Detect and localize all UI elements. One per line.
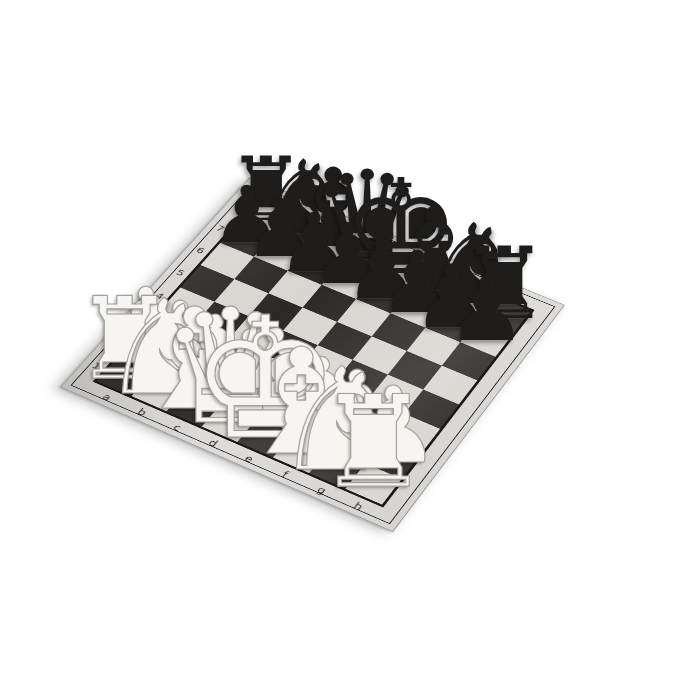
pieces-layer: ♜♞♝♛♚♝♞♜♟♟♟♟♟♟♟♟♟♟♟♟♟♟♟♟♜♞♝♛♚♝♞♜ bbox=[0, 0, 700, 700]
black-pawn[interactable]: ♟ bbox=[447, 266, 527, 355]
white-rook[interactable]: ♜ bbox=[317, 379, 431, 506]
photo-scene: abcdefgh12345678 ♜♞♝♛♚♝♞♜♟♟♟♟♟♟♟♟♟♟♟♟♟♟♟… bbox=[0, 0, 700, 700]
rank-label: 6 bbox=[195, 246, 207, 255]
